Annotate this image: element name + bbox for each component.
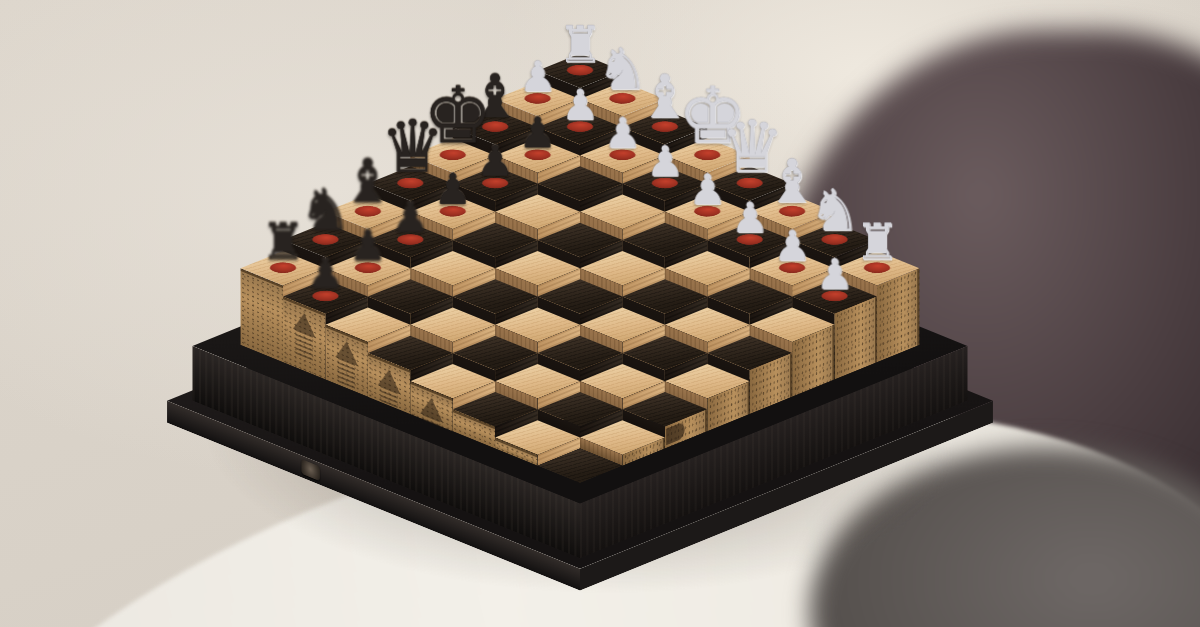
etched-house-gable	[420, 393, 443, 422]
chess-piece-black-pawn: ♟	[295, 254, 355, 296]
chess-piece-silver-pawn: ♟	[805, 254, 865, 296]
etched-house-gable	[335, 337, 358, 366]
etched-house-gable	[293, 309, 316, 338]
photo-scene: ♜♞♝♚♛♝♞♜♟♟♟♟♟♟♟♟♝♟♚♟♛♟♝♟♞♟♜♟	[0, 0, 1200, 627]
case-latch-icon	[301, 459, 319, 481]
etched-house-gable	[378, 365, 401, 394]
